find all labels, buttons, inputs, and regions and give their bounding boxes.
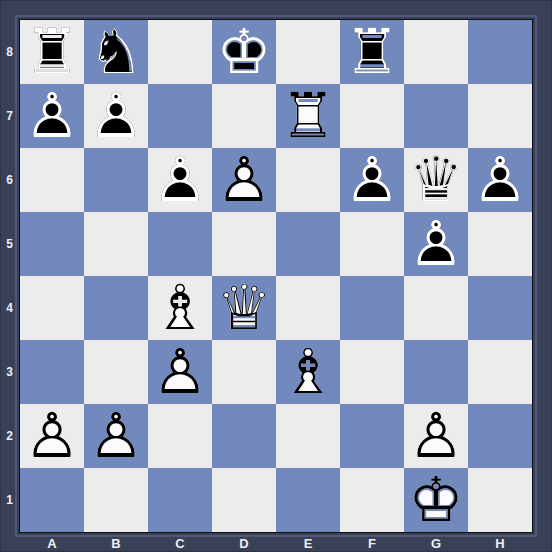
square-a1[interactable] (20, 468, 84, 532)
file-label-d: D (212, 534, 276, 552)
white-pawn[interactable]: ♟♙ (404, 404, 468, 468)
black-pawn[interactable]: ♟♙ (148, 148, 212, 212)
white-rook[interactable]: ♜♖ (276, 84, 340, 148)
rank-label-1: 1 (0, 468, 19, 532)
square-a2[interactable]: ♟♙ (20, 404, 84, 468)
white-pawn[interactable]: ♟♙ (212, 148, 276, 212)
square-g7[interactable] (404, 84, 468, 148)
square-e7[interactable]: ♜♖ (276, 84, 340, 148)
square-a3[interactable] (20, 340, 84, 404)
square-f1[interactable] (340, 468, 404, 532)
white-bishop[interactable]: ♝♗ (148, 276, 212, 340)
file-label-b: B (84, 534, 148, 552)
square-d6[interactable]: ♟♙ (212, 148, 276, 212)
square-e3[interactable]: ♝♗ (276, 340, 340, 404)
square-d7[interactable] (212, 84, 276, 148)
square-d5[interactable] (212, 212, 276, 276)
square-b5[interactable] (84, 212, 148, 276)
square-d4[interactable]: ♛♕ (212, 276, 276, 340)
square-a6[interactable] (20, 148, 84, 212)
chess-board-panel: ♜♖♞♘♚♔♜♖♟♙♟♙♜♖♟♙♟♙♟♙♛♕♟♙♟♙♝♗♛♕♟♙♝♗♟♙♟♙♟♙… (0, 0, 552, 552)
white-queen[interactable]: ♛♕ (212, 276, 276, 340)
square-h4[interactable] (468, 276, 532, 340)
black-pawn[interactable]: ♟♙ (20, 84, 84, 148)
square-h2[interactable] (468, 404, 532, 468)
black-queen[interactable]: ♛♕ (404, 148, 468, 212)
square-b8[interactable]: ♞♘ (84, 20, 148, 84)
square-d2[interactable] (212, 404, 276, 468)
square-h8[interactable] (468, 20, 532, 84)
square-e2[interactable] (276, 404, 340, 468)
black-rook[interactable]: ♜♖ (340, 20, 404, 84)
square-g2[interactable]: ♟♙ (404, 404, 468, 468)
square-b2[interactable]: ♟♙ (84, 404, 148, 468)
square-d8[interactable]: ♚♔ (212, 20, 276, 84)
square-g5[interactable]: ♟♙ (404, 212, 468, 276)
square-f7[interactable] (340, 84, 404, 148)
white-king[interactable]: ♚♔ (404, 468, 468, 532)
black-king[interactable]: ♚♔ (212, 20, 276, 84)
square-h7[interactable] (468, 84, 532, 148)
square-f3[interactable] (340, 340, 404, 404)
file-label-a: A (20, 534, 84, 552)
square-c3[interactable]: ♟♙ (148, 340, 212, 404)
square-c2[interactable] (148, 404, 212, 468)
square-f2[interactable] (340, 404, 404, 468)
black-pawn[interactable]: ♟♙ (84, 84, 148, 148)
square-g1[interactable]: ♚♔ (404, 468, 468, 532)
square-h5[interactable] (468, 212, 532, 276)
square-e6[interactable] (276, 148, 340, 212)
rank-label-8: 8 (0, 20, 19, 84)
black-pawn[interactable]: ♟♙ (404, 212, 468, 276)
file-label-f: F (340, 534, 404, 552)
chess-board: ♜♖♞♘♚♔♜♖♟♙♟♙♜♖♟♙♟♙♟♙♛♕♟♙♟♙♝♗♛♕♟♙♝♗♟♙♟♙♟♙… (19, 19, 533, 533)
square-c5[interactable] (148, 212, 212, 276)
white-pawn[interactable]: ♟♙ (148, 340, 212, 404)
black-knight[interactable]: ♞♘ (84, 20, 148, 84)
square-a4[interactable] (20, 276, 84, 340)
square-c8[interactable] (148, 20, 212, 84)
square-e1[interactable] (276, 468, 340, 532)
square-e4[interactable] (276, 276, 340, 340)
square-b7[interactable]: ♟♙ (84, 84, 148, 148)
file-label-c: C (148, 534, 212, 552)
square-g3[interactable] (404, 340, 468, 404)
square-b6[interactable] (84, 148, 148, 212)
square-g6[interactable]: ♛♕ (404, 148, 468, 212)
square-c7[interactable] (148, 84, 212, 148)
square-a7[interactable]: ♟♙ (20, 84, 84, 148)
square-g8[interactable] (404, 20, 468, 84)
rank-label-6: 6 (0, 148, 19, 212)
square-h1[interactable] (468, 468, 532, 532)
square-f8[interactable]: ♜♖ (340, 20, 404, 84)
square-c4[interactable]: ♝♗ (148, 276, 212, 340)
file-label-h: H (468, 534, 532, 552)
square-c1[interactable] (148, 468, 212, 532)
square-d1[interactable] (212, 468, 276, 532)
square-a5[interactable] (20, 212, 84, 276)
black-pawn[interactable]: ♟♙ (340, 148, 404, 212)
white-bishop[interactable]: ♝♗ (276, 340, 340, 404)
white-pawn[interactable]: ♟♙ (20, 404, 84, 468)
file-label-g: G (404, 534, 468, 552)
square-e5[interactable] (276, 212, 340, 276)
rank-label-5: 5 (0, 212, 19, 276)
file-label-e: E (276, 534, 340, 552)
square-a8[interactable]: ♜♖ (20, 20, 84, 84)
square-f5[interactable] (340, 212, 404, 276)
square-b3[interactable] (84, 340, 148, 404)
square-f4[interactable] (340, 276, 404, 340)
square-f6[interactable]: ♟♙ (340, 148, 404, 212)
square-e8[interactable] (276, 20, 340, 84)
square-g4[interactable] (404, 276, 468, 340)
rank-label-3: 3 (0, 340, 19, 404)
white-pawn[interactable]: ♟♙ (84, 404, 148, 468)
rank-label-4: 4 (0, 276, 19, 340)
square-h6[interactable]: ♟♙ (468, 148, 532, 212)
square-c6[interactable]: ♟♙ (148, 148, 212, 212)
square-b1[interactable] (84, 468, 148, 532)
rank-label-2: 2 (0, 404, 19, 468)
black-pawn[interactable]: ♟♙ (468, 148, 532, 212)
rank-label-7: 7 (0, 84, 19, 148)
black-rook[interactable]: ♜♖ (20, 20, 84, 84)
square-d3[interactable] (212, 340, 276, 404)
square-b4[interactable] (84, 276, 148, 340)
square-h3[interactable] (468, 340, 532, 404)
